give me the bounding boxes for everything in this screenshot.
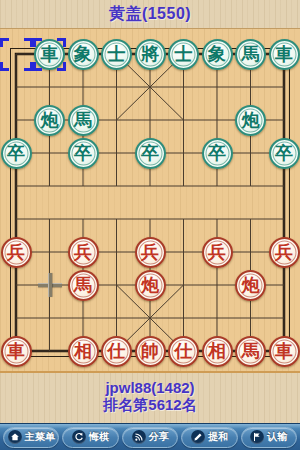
board-grid (0, 29, 300, 373)
piece-black-horse[interactable]: 馬 (235, 39, 266, 70)
piece-black-pawn[interactable]: 卒 (135, 138, 166, 169)
toolbar-button-label: 主菜单 (25, 430, 55, 444)
piece-black-elephant[interactable]: 象 (68, 39, 99, 70)
home-icon (8, 430, 22, 444)
share-button[interactable]: 分享 (122, 427, 178, 448)
piece-red-cannon[interactable]: 炮 (235, 270, 266, 301)
piece-black-elephant[interactable]: 象 (202, 39, 233, 70)
own-name-rating: jpwl88(1482) (0, 379, 300, 396)
toolbar-button-label: 分享 (149, 430, 169, 444)
piece-black-cannon[interactable]: 炮 (235, 105, 266, 136)
piece-black-rook[interactable]: 車 (34, 39, 65, 70)
piece-red-pawn[interactable]: 兵 (68, 237, 99, 268)
piece-red-advisor[interactable]: 仕 (168, 336, 199, 367)
piece-black-general[interactable]: 將 (135, 39, 166, 70)
piece-red-general[interactable]: 帥 (135, 336, 166, 367)
toolbar-button-label: 提和 (208, 430, 228, 444)
share-icon (132, 430, 146, 444)
home-button[interactable]: 主菜单 (3, 427, 59, 448)
pencil-button[interactable]: 提和 (181, 427, 237, 448)
piece-black-advisor[interactable]: 士 (101, 39, 132, 70)
piece-red-pawn[interactable]: 兵 (269, 237, 300, 268)
piece-red-horse[interactable]: 馬 (235, 336, 266, 367)
piece-black-rook[interactable]: 車 (269, 39, 300, 70)
piece-red-rook[interactable]: 車 (1, 336, 32, 367)
piece-red-advisor[interactable]: 仕 (101, 336, 132, 367)
piece-black-pawn[interactable]: 卒 (269, 138, 300, 169)
bottom-toolbar: 主菜单悔棋分享提和认输 (0, 423, 300, 450)
piece-black-pawn[interactable]: 卒 (1, 138, 32, 169)
opponent-name-rating: 黄盖(1550) (109, 4, 191, 25)
flag-button[interactable]: 认输 (241, 427, 297, 448)
piece-red-cannon[interactable]: 炮 (135, 270, 166, 301)
toolbar-button-label: 悔棋 (89, 430, 109, 444)
undo-button[interactable]: 悔棋 (62, 427, 118, 448)
flag-icon (250, 430, 264, 444)
piece-red-horse[interactable]: 馬 (68, 270, 99, 301)
piece-black-pawn[interactable]: 卒 (68, 138, 99, 169)
pencil-icon (191, 430, 205, 444)
board[interactable]: 車象士將士象馬車炮馬炮卒卒卒卒卒兵兵兵兵兵馬炮炮車相仕帥仕相馬車 (0, 28, 300, 373)
piece-black-cannon[interactable]: 炮 (34, 105, 65, 136)
rank-text: 排名第5612名 (0, 396, 300, 413)
piece-red-rook[interactable]: 車 (269, 336, 300, 367)
piece-red-pawn[interactable]: 兵 (1, 237, 32, 268)
undo-icon (72, 430, 86, 444)
top-player-bar: 黄盖(1550) (0, 0, 300, 28)
piece-red-pawn[interactable]: 兵 (202, 237, 233, 268)
piece-black-pawn[interactable]: 卒 (202, 138, 233, 169)
piece-black-advisor[interactable]: 士 (168, 39, 199, 70)
toolbar-button-label: 认输 (267, 430, 287, 444)
piece-red-elephant[interactable]: 相 (202, 336, 233, 367)
piece-black-horse[interactable]: 馬 (68, 105, 99, 136)
piece-red-elephant[interactable]: 相 (68, 336, 99, 367)
piece-red-pawn[interactable]: 兵 (135, 237, 166, 268)
player-info-area: jpwl88(1482) 排名第5612名 (0, 373, 300, 423)
